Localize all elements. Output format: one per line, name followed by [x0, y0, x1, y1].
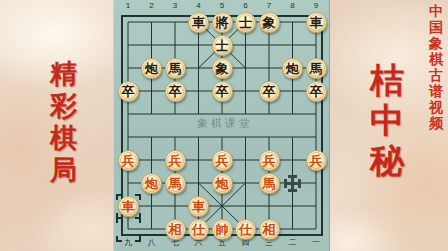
- file-label-bottom: 九: [124, 239, 132, 247]
- file-label-bottom: 三: [265, 239, 273, 247]
- file-label-bottom: 七: [171, 239, 179, 247]
- file-label-top: 4: [196, 2, 200, 10]
- left-caption: 精彩棋局: [50, 58, 77, 186]
- black-cannon-piece[interactable]: 炮: [141, 58, 162, 79]
- black-chariot-piece[interactable]: 車: [306, 12, 327, 33]
- board-watermark: 象棋课堂: [197, 116, 253, 131]
- file-label-top: 6: [243, 2, 247, 10]
- red-cannon-piece[interactable]: 炮: [212, 173, 233, 194]
- black-advisor-piece[interactable]: 士: [212, 35, 233, 56]
- file-label-bottom: 五: [218, 239, 226, 247]
- red-horse-piece[interactable]: 馬: [259, 173, 280, 194]
- file-label-top: 1: [126, 2, 130, 10]
- cursor-crosshair: [284, 175, 301, 192]
- file-label-top: 7: [267, 2, 271, 10]
- red-soldier-piece[interactable]: 兵: [165, 150, 186, 171]
- black-general-piece[interactable]: 將: [212, 12, 233, 33]
- file-label-top: 5: [220, 2, 224, 10]
- file-label-bottom: 二: [289, 239, 297, 247]
- red-elephant-piece[interactable]: 相: [165, 219, 186, 240]
- red-soldier-piece[interactable]: 兵: [212, 150, 233, 171]
- right-edge-caption: 中国象棋古谱视频: [429, 4, 443, 132]
- black-horse-piece[interactable]: 馬: [306, 58, 327, 79]
- red-cannon-piece[interactable]: 炮: [141, 173, 162, 194]
- black-advisor-piece[interactable]: 士: [235, 12, 256, 33]
- file-label-bottom: 四: [242, 239, 250, 247]
- red-soldier-piece[interactable]: 兵: [306, 150, 327, 171]
- black-soldier-piece[interactable]: 卒: [165, 81, 186, 102]
- red-advisor-piece[interactable]: 仕: [235, 219, 256, 240]
- black-elephant-piece[interactable]: 象: [259, 12, 280, 33]
- red-chariot-piece[interactable]: 車: [188, 196, 209, 217]
- black-cannon-piece[interactable]: 炮: [282, 58, 303, 79]
- red-advisor-piece[interactable]: 仕: [188, 219, 209, 240]
- file-label-bottom: 六: [195, 239, 203, 247]
- red-general-piece[interactable]: 帥: [212, 219, 233, 240]
- red-soldier-piece[interactable]: 兵: [118, 150, 139, 171]
- red-elephant-piece[interactable]: 相: [259, 219, 280, 240]
- video-frame: 精彩棋局 桔中秘 中国象棋古谱视频 象棋课堂 123456789九八七六五四三二…: [0, 0, 448, 251]
- black-horse-piece[interactable]: 馬: [165, 58, 186, 79]
- file-label-bottom: 一: [312, 239, 320, 247]
- file-label-top: 8: [290, 2, 294, 10]
- move-from-marker: [118, 219, 139, 240]
- black-soldier-piece[interactable]: 卒: [212, 81, 233, 102]
- red-horse-piece[interactable]: 馬: [165, 173, 186, 194]
- xiangqi-board[interactable]: 象棋课堂 123456789九八七六五四三二一 車將士象車士炮馬象炮馬卒卒卒卒卒…: [113, 0, 330, 251]
- file-label-bottom: 八: [148, 239, 156, 247]
- file-label-top: 3: [173, 2, 177, 10]
- right-caption: 桔中秘: [370, 61, 404, 181]
- file-label-top: 2: [149, 2, 153, 10]
- black-chariot-piece[interactable]: 車: [188, 12, 209, 33]
- black-soldier-piece[interactable]: 卒: [306, 81, 327, 102]
- file-label-top: 9: [314, 2, 318, 10]
- black-soldier-piece[interactable]: 卒: [259, 81, 280, 102]
- red-soldier-piece[interactable]: 兵: [259, 150, 280, 171]
- black-soldier-piece[interactable]: 卒: [118, 81, 139, 102]
- red-chariot-piece[interactable]: 車: [118, 196, 139, 217]
- black-elephant-piece[interactable]: 象: [212, 58, 233, 79]
